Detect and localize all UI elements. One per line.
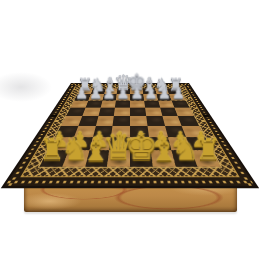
background-smudge xyxy=(0,72,52,102)
square-a1[interactable]: ♜ xyxy=(39,150,68,166)
piece-white-rook[interactable]: ♜ xyxy=(195,137,221,165)
square-h5[interactable] xyxy=(175,108,194,116)
square-f1[interactable]: ♝ xyxy=(150,150,175,166)
square-h1[interactable]: ♜ xyxy=(191,150,220,166)
square-c5[interactable] xyxy=(98,108,115,116)
square-d6[interactable] xyxy=(115,100,130,107)
board-outer-rim: ♜♞♝♛♚♝♞♜♟♟♟♟♟♟♟♟♟♟♟♟♟♟♟♟♜♞♝♛♚♝♞♜ xyxy=(5,84,254,186)
square-b6[interactable] xyxy=(85,100,102,107)
product-photo-stage: ♜♞♝♛♚♝♞♜♟♟♟♟♟♟♟♟♟♟♟♟♟♟♟♟♜♞♝♛♚♝♞♜ xyxy=(0,0,260,260)
square-f5[interactable] xyxy=(145,108,162,116)
square-f6[interactable] xyxy=(144,100,160,107)
board-3d-scene: ♜♞♝♛♚♝♞♜♟♟♟♟♟♟♟♟♟♟♟♟♟♟♟♟♜♞♝♛♚♝♞♜ xyxy=(49,35,211,197)
piece-black-pawn[interactable]: ♟ xyxy=(103,86,116,100)
square-g7[interactable]: ♟ xyxy=(156,94,172,100)
board-tooled-border: ♜♞♝♛♚♝♞♜♟♟♟♟♟♟♟♟♟♟♟♟♟♟♟♟♜♞♝♛♚♝♞♜ xyxy=(20,85,239,177)
square-d1[interactable]: ♛ xyxy=(107,150,130,166)
square-g5[interactable] xyxy=(160,108,178,116)
square-e7[interactable]: ♟ xyxy=(130,94,144,100)
square-f7[interactable]: ♟ xyxy=(143,94,158,100)
square-e5[interactable] xyxy=(130,108,146,116)
piece-white-bishop[interactable]: ♝ xyxy=(82,134,111,165)
square-h6[interactable] xyxy=(172,100,190,107)
square-c4[interactable] xyxy=(96,116,115,126)
board-squares-grid: ♜♞♝♛♚♝♞♜♟♟♟♟♟♟♟♟♟♟♟♟♟♟♟♟♜♞♝♛♚♝♞♜ xyxy=(38,88,223,168)
square-h7[interactable]: ♟ xyxy=(169,94,185,100)
piece-black-pawn[interactable]: ♟ xyxy=(130,86,143,100)
square-d5[interactable] xyxy=(114,108,130,116)
square-g6[interactable] xyxy=(158,100,175,107)
square-d7[interactable]: ♟ xyxy=(116,94,130,100)
piece-black-pawn[interactable]: ♟ xyxy=(116,86,129,100)
piece-white-rook[interactable]: ♜ xyxy=(39,137,65,165)
square-c7[interactable]: ♟ xyxy=(102,94,117,100)
square-c6[interactable] xyxy=(100,100,116,107)
piece-black-pawn[interactable]: ♟ xyxy=(89,86,102,100)
square-h4[interactable] xyxy=(178,116,199,126)
piece-white-bishop[interactable]: ♝ xyxy=(149,134,178,165)
piece-black-pawn[interactable]: ♟ xyxy=(144,86,157,100)
piece-black-pawn[interactable]: ♟ xyxy=(158,86,171,100)
square-g4[interactable] xyxy=(162,116,182,126)
piece-black-pawn[interactable]: ♟ xyxy=(75,86,88,100)
piece-black-pawn[interactable]: ♟ xyxy=(172,86,185,100)
square-e6[interactable] xyxy=(130,100,145,107)
square-c1[interactable]: ♝ xyxy=(85,150,110,166)
